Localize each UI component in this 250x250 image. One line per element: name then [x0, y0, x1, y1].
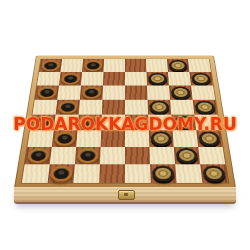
square-r8c7[interactable] [175, 164, 202, 182]
light-piece[interactable] [37, 87, 57, 99]
square-r8c8[interactable] [200, 164, 228, 182]
square-r7c8[interactable] [198, 147, 225, 164]
dark-piece[interactable] [191, 73, 211, 84]
square-r1c7[interactable] [167, 59, 189, 72]
box-front-edge [14, 187, 236, 204]
dark-piece[interactable] [169, 60, 188, 71]
square-r4c7[interactable] [170, 100, 194, 115]
light-piece[interactable] [82, 87, 102, 99]
square-r1c4[interactable] [104, 59, 125, 72]
square-r4c5[interactable] [125, 100, 148, 115]
light-piece[interactable] [50, 166, 73, 182]
square-r4c4[interactable] [102, 100, 125, 115]
square-r7c6[interactable] [149, 147, 175, 164]
square-r8c2[interactable] [48, 164, 75, 182]
square-r2c8[interactable] [189, 72, 213, 86]
square-r7c1[interactable] [25, 147, 52, 164]
square-r2c7[interactable] [168, 72, 191, 86]
square-r3c8[interactable] [191, 85, 215, 99]
square-r4c2[interactable] [56, 100, 80, 115]
light-piece[interactable] [41, 60, 60, 71]
square-r7c2[interactable] [50, 147, 76, 164]
square-r3c5[interactable] [125, 85, 148, 99]
dark-piece[interactable] [152, 166, 174, 182]
dark-piece[interactable] [176, 148, 198, 163]
square-r1c8[interactable] [188, 59, 211, 72]
square-r4c1[interactable] [32, 100, 57, 115]
square-r4c3[interactable] [79, 100, 103, 115]
square-r3c1[interactable] [35, 85, 59, 99]
square-r7c5[interactable] [125, 147, 150, 164]
brass-clasp-icon [118, 190, 135, 200]
light-piece[interactable] [77, 148, 99, 163]
square-r7c7[interactable] [174, 147, 200, 164]
square-r2c6[interactable] [146, 72, 169, 86]
square-r3c4[interactable] [102, 85, 125, 99]
square-r2c5[interactable] [125, 72, 147, 86]
light-piece[interactable] [58, 101, 79, 114]
square-r2c1[interactable] [37, 72, 61, 86]
watermark-text: PODAROKKAGDOMY.RU [13, 114, 237, 134]
square-r4c6[interactable] [148, 100, 172, 115]
dark-piece[interactable] [149, 101, 169, 114]
square-r3c7[interactable] [169, 85, 193, 99]
square-r4c8[interactable] [193, 100, 218, 115]
dark-piece[interactable] [202, 166, 226, 182]
square-r2c2[interactable] [59, 72, 82, 86]
square-r8c6[interactable] [150, 164, 177, 182]
square-r1c3[interactable] [82, 59, 104, 72]
square-r1c2[interactable] [61, 59, 83, 72]
square-r3c3[interactable] [80, 85, 103, 99]
square-r2c3[interactable] [81, 72, 104, 86]
square-r8c3[interactable] [73, 164, 100, 182]
square-r3c2[interactable] [57, 85, 81, 99]
light-piece[interactable] [61, 73, 81, 84]
light-piece[interactable] [27, 148, 50, 163]
square-r8c5[interactable] [125, 164, 151, 182]
square-r2c4[interactable] [103, 72, 125, 86]
square-r7c4[interactable] [100, 147, 125, 164]
dark-piece[interactable] [171, 87, 191, 99]
light-piece[interactable] [84, 60, 103, 71]
square-r7c3[interactable] [75, 147, 101, 164]
square-r1c5[interactable] [125, 59, 146, 72]
dark-piece[interactable] [195, 101, 216, 114]
photo-scene: PODAROKKAGDOMY.RU [0, 0, 250, 250]
square-r1c1[interactable] [39, 59, 62, 72]
square-r1c6[interactable] [146, 59, 168, 72]
square-r8c4[interactable] [99, 164, 125, 182]
dark-piece[interactable] [148, 73, 167, 84]
square-r3c6[interactable] [147, 85, 170, 99]
square-r8c1[interactable] [22, 164, 50, 182]
